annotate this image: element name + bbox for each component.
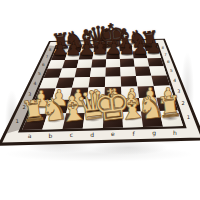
file-label-h: h bbox=[173, 129, 177, 136]
rank-label-right-5: 5 bbox=[170, 68, 173, 73]
square-c5[interactable] bbox=[75, 68, 92, 78]
square-b6[interactable] bbox=[62, 60, 79, 69]
file-label-e: e bbox=[111, 130, 115, 137]
piece-black-pawn[interactable]: ♟ bbox=[145, 39, 161, 57]
file-label-b: b bbox=[49, 132, 53, 139]
file-label-g: g bbox=[152, 129, 156, 137]
rank-label-left-6: 6 bbox=[42, 62, 45, 67]
square-c6[interactable] bbox=[77, 60, 93, 69]
square-d6[interactable] bbox=[91, 59, 106, 68]
square-f6[interactable] bbox=[120, 59, 135, 68]
piece-white-rook[interactable]: ♜ bbox=[156, 92, 185, 123]
rank-label-left-5: 5 bbox=[38, 71, 41, 76]
square-g6[interactable] bbox=[134, 58, 150, 67]
file-label-c: c bbox=[70, 131, 73, 138]
square-f5[interactable] bbox=[120, 67, 136, 77]
rank-label-right-4: 4 bbox=[173, 78, 176, 83]
rank-label-right-1: 1 bbox=[187, 114, 190, 120]
square-b5[interactable] bbox=[59, 68, 77, 78]
file-label-d: d bbox=[90, 131, 94, 138]
square-e6[interactable] bbox=[106, 59, 121, 68]
square-h6[interactable] bbox=[147, 58, 163, 67]
square-g5[interactable] bbox=[135, 67, 152, 77]
square-e5[interactable] bbox=[105, 67, 120, 77]
rank-label-left-1: 1 bbox=[16, 118, 19, 124]
board-photo: abcdefgh8877665544332211 ♜♞♝♛♚♝♞♜♟♟♟♟♟♟♟… bbox=[0, 0, 200, 200]
square-h5[interactable] bbox=[149, 66, 166, 76]
file-label-a: a bbox=[28, 132, 32, 139]
rank-label-right-6: 6 bbox=[167, 59, 170, 64]
square-d5[interactable] bbox=[90, 68, 106, 78]
